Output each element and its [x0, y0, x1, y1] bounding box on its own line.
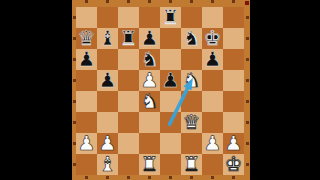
square-b7[interactable]: ♝ — [97, 28, 118, 49]
coordinate-tick — [246, 37, 249, 40]
square-b4[interactable] — [97, 91, 118, 112]
piece-black-pawn[interactable]: ♟ — [99, 70, 117, 91]
square-c1[interactable] — [118, 154, 139, 175]
coordinate-tick — [73, 58, 76, 61]
coordinate-tick — [211, 176, 214, 179]
coordinate-tick — [73, 79, 76, 82]
square-f3[interactable]: ♛ — [181, 112, 202, 133]
square-c7[interactable]: ♜ — [118, 28, 139, 49]
coordinate-tick — [106, 176, 109, 179]
square-h6[interactable] — [223, 49, 244, 70]
piece-black-knight[interactable]: ♞ — [141, 49, 159, 70]
piece-white-queen[interactable]: ♛ — [183, 112, 201, 133]
coordinate-tick — [169, 0, 172, 3]
coordinate-tick — [246, 58, 249, 61]
square-a2[interactable]: ♟ — [76, 133, 97, 154]
coordinate-tick — [246, 100, 249, 103]
square-d3[interactable] — [139, 112, 160, 133]
coordinate-tick — [85, 176, 88, 179]
square-d4[interactable]: ♞ — [139, 91, 160, 112]
video-frame-canvas: ♜♛♝♜♟♞♚♟♞♟♟♟♟♞♞♛♟♟♟♟♝♜♜♚ — [0, 0, 320, 180]
chess-board-frame: ♜♛♝♜♟♞♚♟♞♟♟♟♟♞♞♛♟♟♟♟♝♜♜♚ — [72, 0, 250, 180]
square-f1[interactable]: ♜ — [181, 154, 202, 175]
square-c3[interactable] — [118, 112, 139, 133]
coordinate-tick — [190, 0, 193, 3]
piece-black-bishop[interactable]: ♝ — [99, 28, 117, 49]
letterbox-right — [250, 0, 320, 180]
square-g6[interactable]: ♟ — [202, 49, 223, 70]
square-h8[interactable] — [223, 7, 244, 28]
coordinate-tick — [232, 176, 235, 179]
square-a4[interactable] — [76, 91, 97, 112]
piece-black-pawn[interactable]: ♟ — [162, 70, 180, 91]
coordinate-tick — [127, 176, 130, 179]
coordinate-tick — [148, 176, 151, 179]
piece-white-pawn[interactable]: ♟ — [78, 133, 96, 154]
piece-white-rook[interactable]: ♜ — [141, 154, 159, 175]
coordinate-tick — [73, 142, 76, 145]
piece-white-pawn[interactable]: ♟ — [225, 133, 243, 154]
coordinate-tick — [246, 163, 249, 166]
coordinate-tick — [73, 16, 76, 19]
piece-black-knight[interactable]: ♞ — [183, 28, 201, 49]
square-g1[interactable] — [202, 154, 223, 175]
coordinate-tick — [148, 0, 151, 3]
coordinate-tick — [85, 0, 88, 3]
piece-black-queen[interactable]: ♛ — [78, 28, 96, 49]
square-e8[interactable]: ♜ — [160, 7, 181, 28]
coordinate-tick — [73, 100, 76, 103]
piece-white-pawn[interactable]: ♟ — [204, 133, 222, 154]
coordinate-tick — [246, 79, 249, 82]
piece-white-knight[interactable]: ♞ — [141, 91, 159, 112]
coordinate-tick — [73, 121, 76, 124]
piece-white-rook[interactable]: ♜ — [183, 154, 201, 175]
square-e4[interactable] — [160, 91, 181, 112]
square-h7[interactable] — [223, 28, 244, 49]
square-a5[interactable] — [76, 70, 97, 91]
square-g2[interactable]: ♟ — [202, 133, 223, 154]
coordinate-tick — [232, 0, 235, 3]
square-b1[interactable]: ♝ — [97, 154, 118, 175]
coordinate-tick — [106, 0, 109, 3]
square-e7[interactable] — [160, 28, 181, 49]
piece-white-knight[interactable]: ♞ — [183, 70, 201, 91]
corner-mark — [245, 1, 249, 5]
piece-black-pawn[interactable]: ♟ — [141, 28, 159, 49]
coordinate-tick — [190, 176, 193, 179]
coordinate-tick — [73, 37, 76, 40]
coordinate-tick — [73, 163, 76, 166]
piece-white-pawn[interactable]: ♟ — [99, 133, 117, 154]
piece-black-king[interactable]: ♚ — [204, 28, 222, 49]
square-e5[interactable]: ♟ — [160, 70, 181, 91]
square-h4[interactable] — [223, 91, 244, 112]
square-f5[interactable]: ♞ — [181, 70, 202, 91]
piece-white-king[interactable]: ♚ — [225, 154, 243, 175]
square-e1[interactable] — [160, 154, 181, 175]
piece-black-rook[interactable]: ♜ — [162, 7, 180, 28]
square-b5[interactable]: ♟ — [97, 70, 118, 91]
coordinate-tick — [127, 0, 130, 3]
square-a1[interactable] — [76, 154, 97, 175]
square-e2[interactable] — [160, 133, 181, 154]
coordinate-tick — [246, 142, 249, 145]
coordinate-tick — [246, 16, 249, 19]
square-d1[interactable]: ♜ — [139, 154, 160, 175]
piece-black-rook[interactable]: ♜ — [120, 28, 138, 49]
coordinate-tick — [169, 176, 172, 179]
piece-white-bishop[interactable]: ♝ — [99, 154, 117, 175]
square-g4[interactable] — [202, 91, 223, 112]
chess-board: ♜♛♝♜♟♞♚♟♞♟♟♟♟♞♞♛♟♟♟♟♝♜♜♚ — [76, 7, 244, 175]
square-a6[interactable]: ♟ — [76, 49, 97, 70]
coordinate-tick — [211, 0, 214, 3]
piece-black-pawn[interactable]: ♟ — [204, 49, 222, 70]
square-g5[interactable] — [202, 70, 223, 91]
coordinate-tick — [246, 121, 249, 124]
square-c4[interactable] — [118, 91, 139, 112]
square-h1[interactable]: ♚ — [223, 154, 244, 175]
square-c5[interactable] — [118, 70, 139, 91]
square-e3[interactable] — [160, 112, 181, 133]
piece-black-pawn[interactable]: ♟ — [78, 49, 96, 70]
square-c6[interactable] — [118, 49, 139, 70]
piece-white-pawn[interactable]: ♟ — [141, 70, 159, 91]
square-f7[interactable]: ♞ — [181, 28, 202, 49]
letterbox-left — [0, 0, 72, 180]
square-c2[interactable] — [118, 133, 139, 154]
square-h5[interactable] — [223, 70, 244, 91]
